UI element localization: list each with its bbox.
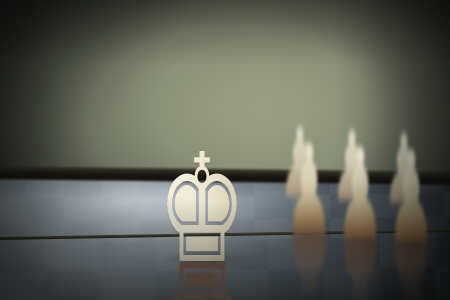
white-pawn-front-3: ♟: [380, 135, 443, 263]
white-king: ♚: [149, 134, 255, 285]
chess-photo-scene: ♚ ♟ ♟ ♟ ♟ ♟ ♟ ♟ ♟ ♟ ♚: [0, 0, 450, 300]
